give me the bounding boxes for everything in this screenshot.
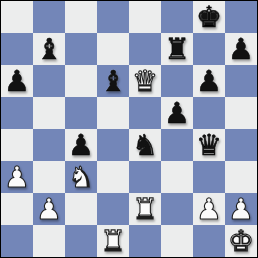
square-g3[interactable] — [193, 161, 225, 193]
square-e8[interactable] — [129, 1, 161, 33]
white-rook[interactable]: ♜ — [100, 225, 126, 257]
square-b6[interactable] — [33, 65, 65, 97]
square-e4[interactable]: ♞ — [129, 129, 161, 161]
square-h6[interactable] — [225, 65, 257, 97]
square-c6[interactable] — [65, 65, 97, 97]
square-c4[interactable]: ♟ — [65, 129, 97, 161]
square-d4[interactable] — [97, 129, 129, 161]
square-e3[interactable] — [129, 161, 161, 193]
square-h4[interactable] — [225, 129, 257, 161]
square-b1[interactable] — [33, 225, 65, 257]
square-c1[interactable] — [65, 225, 97, 257]
square-d2[interactable] — [97, 193, 129, 225]
chess-board-frame: ♚♝♜♟♟♝♛♟♟♟♞♛♟♞♟♜♟♟♜♚ — [0, 0, 258, 258]
square-f3[interactable] — [161, 161, 193, 193]
chess-board: ♚♝♜♟♟♝♛♟♟♟♞♛♟♞♟♜♟♟♜♚ — [1, 1, 257, 257]
black-pawn[interactable]: ♟ — [4, 65, 30, 97]
square-e1[interactable] — [129, 225, 161, 257]
square-d8[interactable] — [97, 1, 129, 33]
square-a5[interactable] — [1, 97, 33, 129]
square-c7[interactable] — [65, 33, 97, 65]
black-king[interactable]: ♚ — [196, 1, 222, 33]
square-f8[interactable] — [161, 1, 193, 33]
square-h2[interactable]: ♟ — [225, 193, 257, 225]
white-pawn[interactable]: ♟ — [196, 193, 222, 225]
black-bishop[interactable]: ♝ — [36, 33, 62, 65]
square-d5[interactable] — [97, 97, 129, 129]
white-pawn[interactable]: ♟ — [4, 161, 30, 193]
square-g7[interactable] — [193, 33, 225, 65]
square-b2[interactable]: ♟ — [33, 193, 65, 225]
white-knight[interactable]: ♞ — [68, 161, 94, 193]
square-g4[interactable]: ♛ — [193, 129, 225, 161]
square-h5[interactable] — [225, 97, 257, 129]
square-a1[interactable] — [1, 225, 33, 257]
white-king[interactable]: ♚ — [228, 225, 254, 257]
square-h8[interactable] — [225, 1, 257, 33]
square-e7[interactable] — [129, 33, 161, 65]
square-b7[interactable]: ♝ — [33, 33, 65, 65]
square-b8[interactable] — [33, 1, 65, 33]
square-f4[interactable] — [161, 129, 193, 161]
square-g1[interactable] — [193, 225, 225, 257]
square-d1[interactable]: ♜ — [97, 225, 129, 257]
square-g5[interactable] — [193, 97, 225, 129]
square-b4[interactable] — [33, 129, 65, 161]
square-f2[interactable] — [161, 193, 193, 225]
square-h3[interactable] — [225, 161, 257, 193]
black-rook[interactable]: ♜ — [164, 33, 190, 65]
square-d3[interactable] — [97, 161, 129, 193]
square-f6[interactable] — [161, 65, 193, 97]
square-c2[interactable] — [65, 193, 97, 225]
square-g2[interactable]: ♟ — [193, 193, 225, 225]
square-h7[interactable]: ♟ — [225, 33, 257, 65]
square-c3[interactable]: ♞ — [65, 161, 97, 193]
square-a8[interactable] — [1, 1, 33, 33]
black-queen[interactable]: ♛ — [196, 129, 222, 161]
square-d6[interactable]: ♝ — [97, 65, 129, 97]
square-a3[interactable]: ♟ — [1, 161, 33, 193]
square-f7[interactable]: ♜ — [161, 33, 193, 65]
square-g6[interactable]: ♟ — [193, 65, 225, 97]
black-pawn[interactable]: ♟ — [196, 65, 222, 97]
square-c8[interactable] — [65, 1, 97, 33]
square-a6[interactable]: ♟ — [1, 65, 33, 97]
black-pawn[interactable]: ♟ — [228, 33, 254, 65]
square-a7[interactable] — [1, 33, 33, 65]
square-d7[interactable] — [97, 33, 129, 65]
white-pawn[interactable]: ♟ — [36, 193, 62, 225]
square-e2[interactable]: ♜ — [129, 193, 161, 225]
square-b5[interactable] — [33, 97, 65, 129]
black-pawn[interactable]: ♟ — [164, 97, 190, 129]
square-a4[interactable] — [1, 129, 33, 161]
square-b3[interactable] — [33, 161, 65, 193]
square-f1[interactable] — [161, 225, 193, 257]
square-c5[interactable] — [65, 97, 97, 129]
black-knight[interactable]: ♞ — [132, 129, 158, 161]
square-f5[interactable]: ♟ — [161, 97, 193, 129]
square-e6[interactable]: ♛ — [129, 65, 161, 97]
white-rook[interactable]: ♜ — [132, 193, 158, 225]
square-e5[interactable] — [129, 97, 161, 129]
black-pawn[interactable]: ♟ — [68, 129, 94, 161]
square-h1[interactable]: ♚ — [225, 225, 257, 257]
square-a2[interactable] — [1, 193, 33, 225]
white-pawn[interactable]: ♟ — [228, 193, 254, 225]
black-bishop[interactable]: ♝ — [100, 65, 126, 97]
square-g8[interactable]: ♚ — [193, 1, 225, 33]
white-queen[interactable]: ♛ — [132, 65, 158, 97]
